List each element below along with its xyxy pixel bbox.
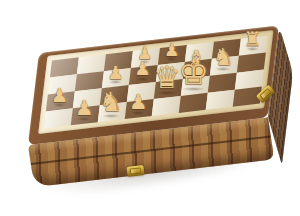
chess-piece-white-pawn-d7[interactable]: ♟ bbox=[134, 60, 150, 78]
square-f5[interactable] bbox=[179, 93, 208, 113]
chess-piece-white-pawn-b5[interactable]: ♟ bbox=[75, 98, 93, 119]
chess-piece-white-pawn-d5[interactable]: ♟ bbox=[129, 92, 147, 113]
chess-piece-white-knight-g7[interactable]: ♞ bbox=[213, 46, 234, 70]
chess-piece-white-knight-c5[interactable]: ♞ bbox=[99, 89, 123, 116]
chess-piece-white-queen-e6[interactable]: ♛ bbox=[153, 62, 181, 93]
square-e5[interactable] bbox=[152, 96, 181, 116]
chess-piece-white-rook-h8[interactable]: ♜ bbox=[243, 29, 261, 49]
square-a5[interactable] bbox=[44, 108, 73, 128]
brass-clasp-front bbox=[126, 165, 144, 177]
square-g5[interactable] bbox=[206, 90, 235, 110]
chess-piece-white-king-f6[interactable]: ♚ bbox=[178, 55, 209, 89]
chess-piece-white-pawn-c7[interactable]: ♟ bbox=[107, 64, 123, 82]
chess-box-photo: ♟♟♜♟♟♝♞♟♛♚♟♞♟ bbox=[0, 0, 300, 216]
chess-piece-white-pawn-a6[interactable]: ♟ bbox=[51, 86, 68, 105]
chess-piece-white-pawn-e8[interactable]: ♟ bbox=[164, 42, 179, 59]
